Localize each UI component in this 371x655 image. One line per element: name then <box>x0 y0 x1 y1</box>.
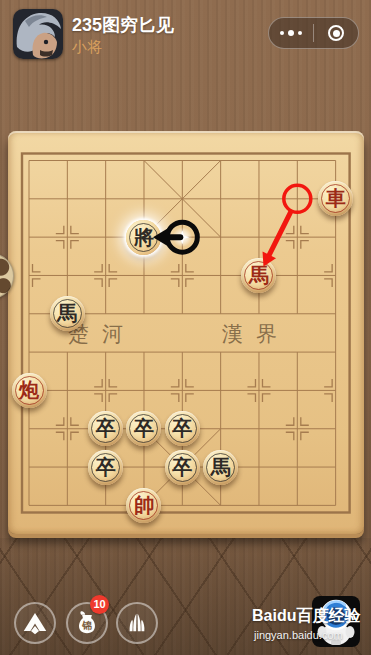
pouch-badge: 10 <box>90 595 109 614</box>
piece-char: 炮 <box>12 373 47 408</box>
point-marker <box>186 394 194 402</box>
point-marker <box>56 226 64 234</box>
point-marker <box>286 417 294 425</box>
point-marker <box>109 264 117 272</box>
piece-char: 卒 <box>88 450 123 485</box>
point-marker <box>286 226 294 234</box>
piece-black-soldier-2[interactable]: 卒 <box>126 411 161 446</box>
level-title: 235图穷匕见 <box>72 13 174 37</box>
record-button[interactable] <box>314 18 358 48</box>
avatar <box>13 9 63 59</box>
point-marker <box>301 417 309 425</box>
point-marker <box>109 379 117 387</box>
piece-char: 將 <box>126 220 161 255</box>
more-dots-icon <box>280 30 302 36</box>
point-marker <box>324 279 332 287</box>
collapse-peak-button[interactable] <box>14 602 56 644</box>
piece-char: 卒 <box>88 411 123 446</box>
point-marker <box>186 279 194 287</box>
point-marker <box>94 379 102 387</box>
piece-char: 卒 <box>165 411 200 446</box>
piece-char: 帥 <box>126 488 161 523</box>
piece-red-chariot[interactable]: 車 <box>318 181 353 216</box>
point-marker <box>171 394 179 402</box>
river-label-right: 漢界 <box>222 320 290 348</box>
piece-red-horse[interactable]: 馬 <box>241 258 276 293</box>
point-marker <box>324 394 332 402</box>
point-marker <box>324 264 332 272</box>
more-button[interactable] <box>269 18 313 48</box>
point-marker <box>171 279 179 287</box>
piece-char: 馬 <box>241 258 276 293</box>
piece-black-general[interactable]: 將 <box>126 220 161 255</box>
point-marker <box>186 264 194 272</box>
screen: 235图穷匕见 小将 楚河 漢界 將車馬馬炮卒卒卒卒卒馬帥 <box>0 0 371 655</box>
point-marker <box>247 394 255 402</box>
piece-char: 卒 <box>165 450 200 485</box>
point-marker <box>262 394 270 402</box>
piece-char: 馬 <box>50 296 85 331</box>
piece-char: 車 <box>318 181 353 216</box>
point-marker <box>301 432 309 440</box>
point-marker <box>171 264 179 272</box>
pray-button[interactable] <box>116 602 158 644</box>
point-marker <box>324 379 332 387</box>
xiangqi-board[interactable]: 楚河 漢界 將車馬馬炮卒卒卒卒卒馬帥 <box>8 131 364 534</box>
piece-black-horse-left[interactable]: 馬 <box>50 296 85 331</box>
rank-subtitle: 小将 <box>72 38 102 57</box>
peak-icon <box>20 608 50 638</box>
point-marker <box>301 226 309 234</box>
point-marker <box>71 226 79 234</box>
point-marker <box>33 279 41 287</box>
watermark-url: jingyan.baidu.com <box>254 629 343 641</box>
point-marker <box>94 264 102 272</box>
piece-black-soldier-4[interactable]: 卒 <box>88 450 123 485</box>
piece-red-general[interactable]: 帥 <box>126 488 161 523</box>
piece-char: 卒 <box>126 411 161 446</box>
point-marker <box>186 379 194 387</box>
point-marker <box>109 394 117 402</box>
point-marker <box>286 432 294 440</box>
point-marker <box>262 379 270 387</box>
point-marker <box>171 379 179 387</box>
point-marker <box>33 264 41 272</box>
watermark: Baidu百度经验 jingyan.baidu.com <box>250 596 368 652</box>
record-circle-icon <box>328 25 344 41</box>
miniprogram-capsule <box>268 17 359 49</box>
point-marker <box>71 417 79 425</box>
praying-hands-icon <box>122 608 152 638</box>
piece-black-soldier-5[interactable]: 卒 <box>165 450 200 485</box>
point-marker <box>94 394 102 402</box>
watermark-brand: Baidu百度经验 <box>252 606 360 627</box>
piece-red-cannon[interactable]: 炮 <box>12 373 47 408</box>
piece-black-horse-right[interactable]: 馬 <box>203 450 238 485</box>
point-marker <box>56 241 64 249</box>
point-marker <box>56 417 64 425</box>
point-marker <box>286 241 294 249</box>
point-marker <box>247 379 255 387</box>
point-marker <box>56 432 64 440</box>
piece-char: 馬 <box>203 450 238 485</box>
piece-black-soldier-3[interactable]: 卒 <box>165 411 200 446</box>
warrior-avatar-image <box>13 9 63 59</box>
piece-black-soldier-1[interactable]: 卒 <box>88 411 123 446</box>
point-marker <box>71 432 79 440</box>
point-marker <box>94 279 102 287</box>
point-marker <box>301 241 309 249</box>
pouch-char: 锦 <box>81 620 92 631</box>
top-bar: 235图穷匕见 小将 <box>0 0 371 66</box>
point-marker <box>71 241 79 249</box>
point-marker <box>109 279 117 287</box>
